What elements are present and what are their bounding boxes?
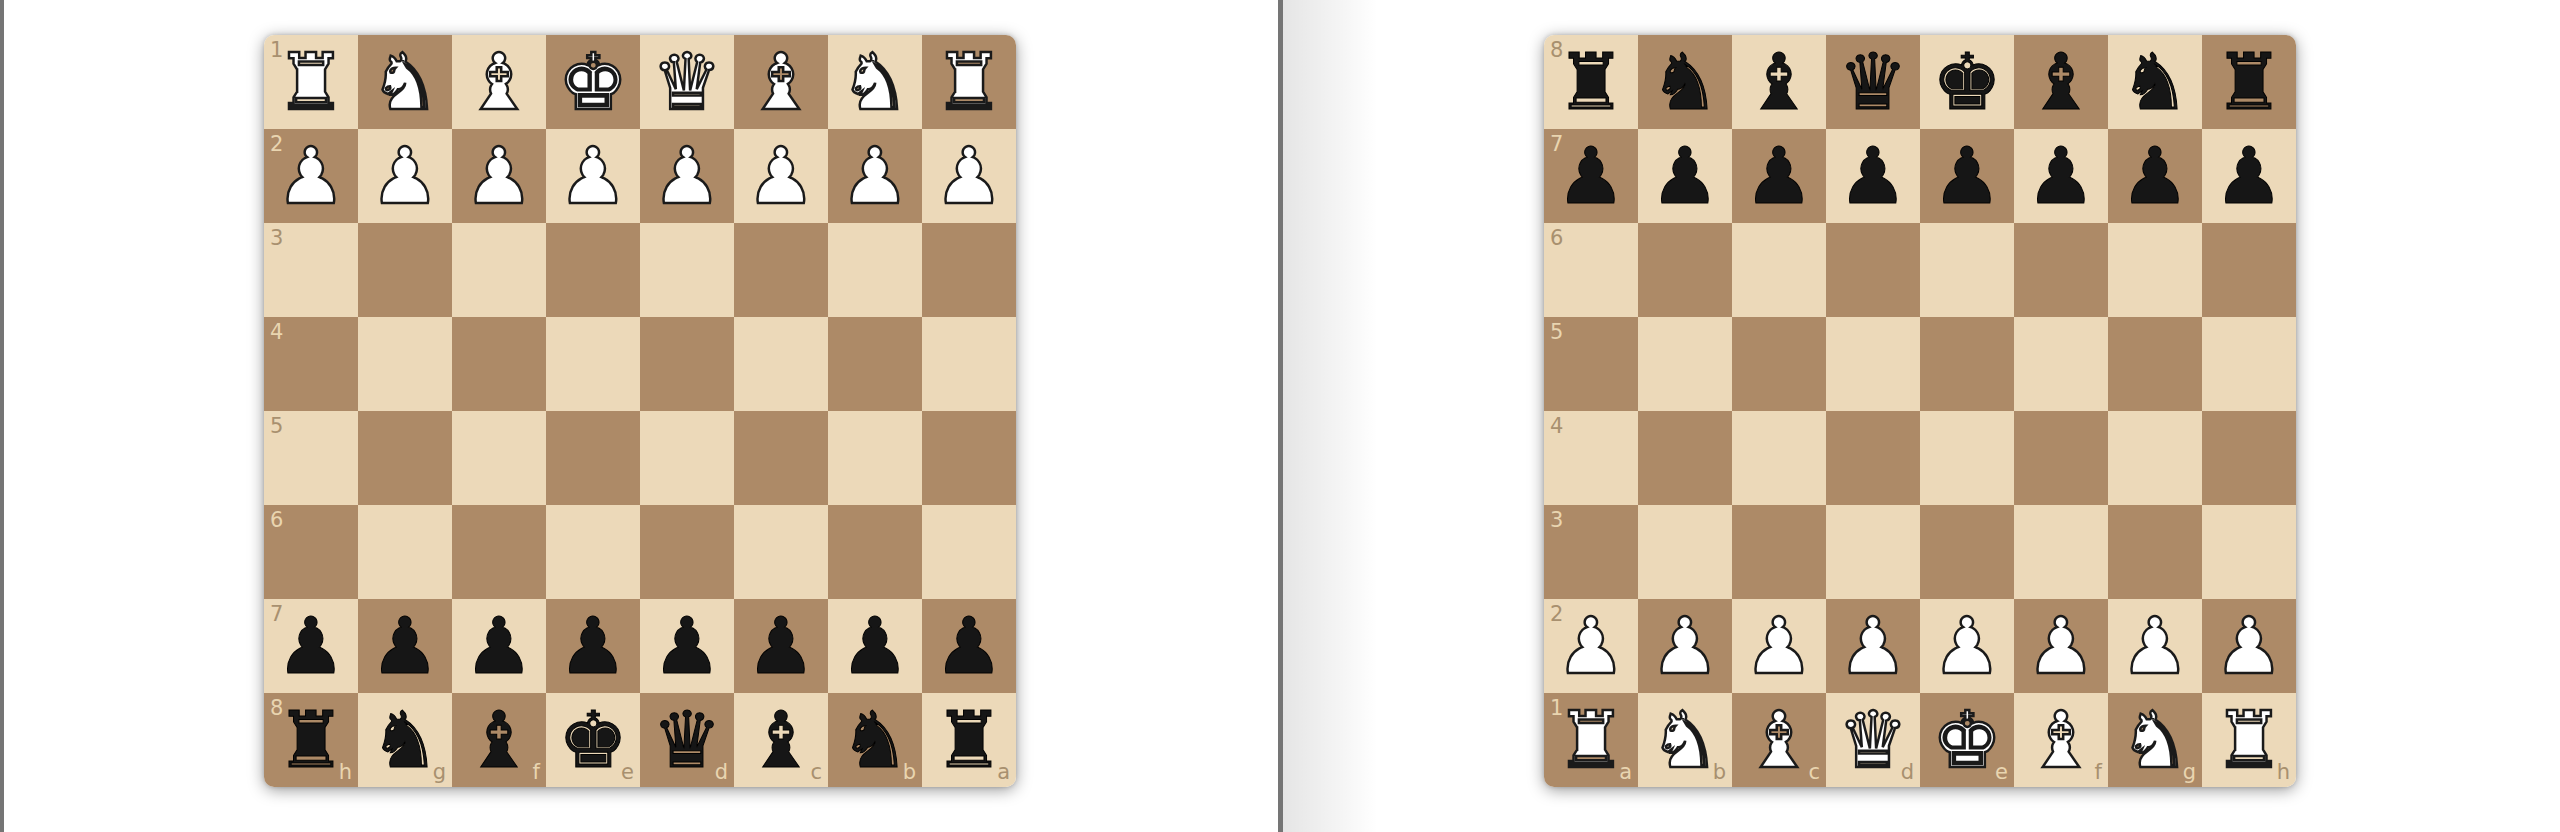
white-knight[interactable]: ♞: [1638, 693, 1732, 787]
square-c3[interactable]: [734, 223, 828, 317]
square-f7[interactable]: ♟: [2014, 129, 2108, 223]
square-a3[interactable]: 3: [1544, 505, 1638, 599]
square-c5[interactable]: [1732, 317, 1826, 411]
square-d2[interactable]: ♟: [640, 129, 734, 223]
square-c6[interactable]: [734, 505, 828, 599]
black-pawn[interactable]: ♟: [640, 599, 734, 693]
square-c8[interactable]: ♝: [1732, 35, 1826, 129]
square-f1[interactable]: f♝: [2014, 693, 2108, 787]
black-knight[interactable]: ♞: [358, 693, 452, 787]
square-d7[interactable]: ♟: [640, 599, 734, 693]
square-h8[interactable]: ♜: [2202, 35, 2296, 129]
square-e8[interactable]: e♚: [546, 693, 640, 787]
white-pawn[interactable]: ♟: [1826, 599, 1920, 693]
black-queen[interactable]: ♛: [1826, 35, 1920, 129]
square-g2[interactable]: ♟: [358, 129, 452, 223]
square-a3[interactable]: [922, 223, 1016, 317]
square-g4[interactable]: [358, 317, 452, 411]
white-rook[interactable]: ♜: [922, 35, 1016, 129]
square-f2[interactable]: ♟: [452, 129, 546, 223]
black-pawn[interactable]: ♟: [452, 599, 546, 693]
square-b4[interactable]: [1638, 411, 1732, 505]
rank-label-6: 6: [270, 510, 283, 531]
square-g1[interactable]: g♞: [2108, 693, 2202, 787]
square-g6[interactable]: [2108, 223, 2202, 317]
square-d8[interactable]: ♛: [1826, 35, 1920, 129]
square-g2[interactable]: ♟: [2108, 599, 2202, 693]
black-rook[interactable]: ♜: [1544, 35, 1638, 129]
square-h1[interactable]: 1♜: [264, 35, 358, 129]
square-h7[interactable]: ♟: [2202, 129, 2296, 223]
square-f3[interactable]: [2014, 505, 2108, 599]
square-a5[interactable]: [922, 411, 1016, 505]
square-c1[interactable]: c♝: [1732, 693, 1826, 787]
square-b8[interactable]: b♞: [828, 693, 922, 787]
left-screen-edge-line: [0, 0, 4, 832]
square-c4[interactable]: [734, 317, 828, 411]
square-c1[interactable]: ♝: [734, 35, 828, 129]
black-pawn[interactable]: ♟: [264, 599, 358, 693]
rank-label-5: 5: [270, 416, 283, 437]
square-g5[interactable]: [2108, 317, 2202, 411]
white-pawn[interactable]: ♟: [640, 129, 734, 223]
white-pawn[interactable]: ♟: [1732, 599, 1826, 693]
square-g5[interactable]: [358, 411, 452, 505]
square-e3[interactable]: [1920, 505, 2014, 599]
square-e8[interactable]: ♚: [1920, 35, 2014, 129]
square-b7[interactable]: ♟: [1638, 129, 1732, 223]
square-a6[interactable]: [922, 505, 1016, 599]
square-g1[interactable]: ♞: [358, 35, 452, 129]
square-a6[interactable]: 6: [1544, 223, 1638, 317]
white-pawn[interactable]: ♟: [358, 129, 452, 223]
square-f7[interactable]: ♟: [452, 599, 546, 693]
square-f2[interactable]: ♟: [2014, 599, 2108, 693]
square-a8[interactable]: 8♜: [1544, 35, 1638, 129]
white-rook[interactable]: ♜: [1544, 693, 1638, 787]
square-f1[interactable]: ♝: [452, 35, 546, 129]
square-e5[interactable]: [1920, 317, 2014, 411]
white-pawn[interactable]: ♟: [2014, 599, 2108, 693]
black-pawn[interactable]: ♟: [828, 599, 922, 693]
square-b4[interactable]: [828, 317, 922, 411]
square-b5[interactable]: [1638, 317, 1732, 411]
rank-label-6: 6: [1550, 228, 1563, 249]
black-pawn[interactable]: ♟: [2014, 129, 2108, 223]
square-d5[interactable]: [1826, 317, 1920, 411]
square-f5[interactable]: [2014, 317, 2108, 411]
square-b7[interactable]: ♟: [828, 599, 922, 693]
square-e3[interactable]: [546, 223, 640, 317]
square-b1[interactable]: b♞: [1638, 693, 1732, 787]
square-e5[interactable]: [546, 411, 640, 505]
square-c7[interactable]: ♟: [734, 599, 828, 693]
white-pawn[interactable]: ♟: [2202, 599, 2296, 693]
square-g3[interactable]: [2108, 505, 2202, 599]
square-a2[interactable]: 2♟: [1544, 599, 1638, 693]
square-d3[interactable]: [640, 223, 734, 317]
square-a7[interactable]: ♟: [922, 599, 1016, 693]
square-g7[interactable]: ♟: [2108, 129, 2202, 223]
square-c3[interactable]: [1732, 505, 1826, 599]
square-b3[interactable]: [828, 223, 922, 317]
square-g7[interactable]: ♟: [358, 599, 452, 693]
square-a1[interactable]: ♜: [922, 35, 1016, 129]
black-knight[interactable]: ♞: [828, 693, 922, 787]
white-bishop[interactable]: ♝: [452, 35, 546, 129]
square-a8[interactable]: a♜: [922, 693, 1016, 787]
square-d1[interactable]: d♛: [1826, 693, 1920, 787]
black-pawn[interactable]: ♟: [2202, 129, 2296, 223]
white-pawn[interactable]: ♟: [1638, 599, 1732, 693]
square-a5[interactable]: 5: [1544, 317, 1638, 411]
black-pawn[interactable]: ♟: [1920, 129, 2014, 223]
white-knight[interactable]: ♞: [358, 35, 452, 129]
white-knight[interactable]: ♞: [2108, 693, 2202, 787]
square-e7[interactable]: ♟: [546, 599, 640, 693]
black-rook[interactable]: ♜: [264, 693, 358, 787]
square-g3[interactable]: [358, 223, 452, 317]
square-d4[interactable]: [1826, 411, 1920, 505]
square-d6[interactable]: [640, 505, 734, 599]
square-b8[interactable]: ♞: [1638, 35, 1732, 129]
white-pawn[interactable]: ♟: [734, 129, 828, 223]
square-b5[interactable]: [828, 411, 922, 505]
square-g8[interactable]: ♞: [2108, 35, 2202, 129]
square-h7[interactable]: 7♟: [264, 599, 358, 693]
square-e1[interactable]: e♚: [1920, 693, 2014, 787]
black-pawn[interactable]: ♟: [2108, 129, 2202, 223]
white-queen[interactable]: ♛: [640, 35, 734, 129]
white-pawn[interactable]: ♟: [922, 129, 1016, 223]
square-c4[interactable]: [1732, 411, 1826, 505]
black-pawn[interactable]: ♟: [1544, 129, 1638, 223]
white-king[interactable]: ♚: [546, 35, 640, 129]
black-pawn[interactable]: ♟: [922, 599, 1016, 693]
black-bishop[interactable]: ♝: [2014, 35, 2108, 129]
square-h3[interactable]: 3: [264, 223, 358, 317]
white-pawn[interactable]: ♟: [264, 129, 358, 223]
square-h5[interactable]: [2202, 317, 2296, 411]
square-c6[interactable]: [1732, 223, 1826, 317]
square-f4[interactable]: [452, 317, 546, 411]
white-bishop[interactable]: ♝: [2014, 693, 2108, 787]
square-f6[interactable]: [2014, 223, 2108, 317]
white-pawn[interactable]: ♟: [452, 129, 546, 223]
rank-label-4: 4: [270, 322, 283, 343]
square-b3[interactable]: [1638, 505, 1732, 599]
square-a1[interactable]: 1a♜: [1544, 693, 1638, 787]
square-b2[interactable]: ♟: [828, 129, 922, 223]
square-c2[interactable]: ♟: [734, 129, 828, 223]
black-bishop[interactable]: ♝: [452, 693, 546, 787]
square-e6[interactable]: [546, 505, 640, 599]
square-b6[interactable]: [1638, 223, 1732, 317]
square-e2[interactable]: ♟: [1920, 599, 2014, 693]
rank-label-4: 4: [1550, 416, 1563, 437]
square-h4[interactable]: [2202, 411, 2296, 505]
white-pawn[interactable]: ♟: [828, 129, 922, 223]
rank-label-3: 3: [1550, 510, 1563, 531]
square-b6[interactable]: [828, 505, 922, 599]
white-pawn[interactable]: ♟: [1920, 599, 2014, 693]
white-queen[interactable]: ♛: [1826, 693, 1920, 787]
rank-label-3: 3: [270, 228, 283, 249]
black-king[interactable]: ♚: [546, 693, 640, 787]
square-h8[interactable]: 8h♜: [264, 693, 358, 787]
square-e4[interactable]: [546, 317, 640, 411]
square-e7[interactable]: ♟: [1920, 129, 2014, 223]
white-bishop[interactable]: ♝: [734, 35, 828, 129]
black-bishop[interactable]: ♝: [734, 693, 828, 787]
square-e1[interactable]: ♚: [546, 35, 640, 129]
square-b2[interactable]: ♟: [1638, 599, 1732, 693]
square-c8[interactable]: c♝: [734, 693, 828, 787]
square-d3[interactable]: [1826, 505, 1920, 599]
square-c5[interactable]: [734, 411, 828, 505]
right-window-edge-shadow: [1283, 0, 1378, 832]
window-divider: [1278, 0, 1283, 832]
square-h5[interactable]: 5: [264, 411, 358, 505]
square-c7[interactable]: ♟: [1732, 129, 1826, 223]
black-bishop[interactable]: ♝: [1732, 35, 1826, 129]
square-h1[interactable]: h♜: [2202, 693, 2296, 787]
square-g8[interactable]: g♞: [358, 693, 452, 787]
white-rook[interactable]: ♜: [264, 35, 358, 129]
black-pawn[interactable]: ♟: [734, 599, 828, 693]
square-d5[interactable]: [640, 411, 734, 505]
square-h3[interactable]: [2202, 505, 2296, 599]
square-f5[interactable]: [452, 411, 546, 505]
white-pawn[interactable]: ♟: [1544, 599, 1638, 693]
black-rook[interactable]: ♜: [2202, 35, 2296, 129]
square-g4[interactable]: [2108, 411, 2202, 505]
square-h4[interactable]: 4: [264, 317, 358, 411]
square-a4[interactable]: 4: [1544, 411, 1638, 505]
square-f6[interactable]: [452, 505, 546, 599]
black-pawn[interactable]: ♟: [1826, 129, 1920, 223]
square-f4[interactable]: [2014, 411, 2108, 505]
black-pawn[interactable]: ♟: [358, 599, 452, 693]
square-f8[interactable]: f♝: [452, 693, 546, 787]
chessboard-white-perspective: 8♜♞♝♛♚♝♞♜7♟♟♟♟♟♟♟♟65432♟♟♟♟♟♟♟♟1a♜b♞c♝d♛…: [1544, 35, 2296, 787]
square-h6[interactable]: 6: [264, 505, 358, 599]
square-d2[interactable]: ♟: [1826, 599, 1920, 693]
black-rook[interactable]: ♜: [922, 693, 1016, 787]
square-d7[interactable]: ♟: [1826, 129, 1920, 223]
white-bishop[interactable]: ♝: [1732, 693, 1826, 787]
square-f8[interactable]: ♝: [2014, 35, 2108, 129]
square-d4[interactable]: [640, 317, 734, 411]
white-knight[interactable]: ♞: [828, 35, 922, 129]
black-queen[interactable]: ♛: [640, 693, 734, 787]
square-c2[interactable]: ♟: [1732, 599, 1826, 693]
square-h2[interactable]: ♟: [2202, 599, 2296, 693]
square-h6[interactable]: [2202, 223, 2296, 317]
square-a2[interactable]: ♟: [922, 129, 1016, 223]
square-e4[interactable]: [1920, 411, 2014, 505]
square-a7[interactable]: 7♟: [1544, 129, 1638, 223]
square-h2[interactable]: 2♟: [264, 129, 358, 223]
black-knight[interactable]: ♞: [1638, 35, 1732, 129]
square-g6[interactable]: [358, 505, 452, 599]
black-pawn[interactable]: ♟: [546, 599, 640, 693]
rank-label-5: 5: [1550, 322, 1563, 343]
black-pawn[interactable]: ♟: [1638, 129, 1732, 223]
black-pawn[interactable]: ♟: [1732, 129, 1826, 223]
chessboard-black-perspective: 1♜♞♝♚♛♝♞♜2♟♟♟♟♟♟♟♟34567♟♟♟♟♟♟♟♟8h♜g♞f♝e♚…: [264, 35, 1016, 787]
square-e2[interactable]: ♟: [546, 129, 640, 223]
square-d6[interactable]: [1826, 223, 1920, 317]
white-pawn[interactable]: ♟: [2108, 599, 2202, 693]
white-king[interactable]: ♚: [1920, 693, 2014, 787]
square-d8[interactable]: d♛: [640, 693, 734, 787]
white-pawn[interactable]: ♟: [546, 129, 640, 223]
square-a4[interactable]: [922, 317, 1016, 411]
black-king[interactable]: ♚: [1920, 35, 2014, 129]
white-rook[interactable]: ♜: [2202, 693, 2296, 787]
square-d1[interactable]: ♛: [640, 35, 734, 129]
black-knight[interactable]: ♞: [2108, 35, 2202, 129]
square-b1[interactable]: ♞: [828, 35, 922, 129]
square-e6[interactable]: [1920, 223, 2014, 317]
square-f3[interactable]: [452, 223, 546, 317]
